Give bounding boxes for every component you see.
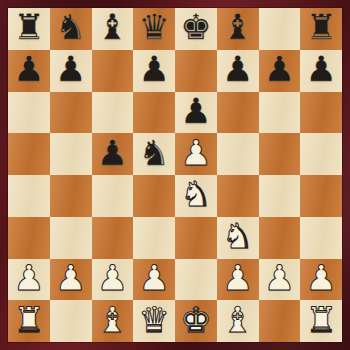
square-c3[interactable] (92, 217, 134, 259)
square-a4[interactable] (8, 175, 50, 217)
white-bishop[interactable]: ♝ (222, 303, 253, 338)
square-c5[interactable]: ♟ (92, 133, 134, 175)
square-d6[interactable] (133, 92, 175, 134)
square-a2[interactable]: ♟ (8, 259, 50, 301)
square-c8[interactable]: ♝ (92, 8, 134, 50)
square-d3[interactable] (133, 217, 175, 259)
black-bishop[interactable]: ♝ (222, 10, 253, 45)
square-a1[interactable]: ♜ (8, 300, 50, 342)
black-rook[interactable]: ♜ (13, 10, 44, 45)
black-knight[interactable]: ♞ (138, 136, 169, 171)
square-g3[interactable] (259, 217, 301, 259)
square-e2[interactable] (175, 259, 217, 301)
black-pawn[interactable]: ♟ (264, 52, 295, 87)
square-f2[interactable]: ♟ (217, 259, 259, 301)
white-knight[interactable]: ♞ (180, 177, 211, 212)
black-king[interactable]: ♚ (180, 10, 211, 45)
black-pawn[interactable]: ♟ (55, 52, 86, 87)
square-b8[interactable]: ♞ (50, 8, 92, 50)
white-pawn[interactable]: ♟ (222, 261, 253, 296)
square-g4[interactable] (259, 175, 301, 217)
square-h8[interactable]: ♜ (300, 8, 342, 50)
square-e4[interactable]: ♞ (175, 175, 217, 217)
square-c7[interactable] (92, 50, 134, 92)
square-h4[interactable] (300, 175, 342, 217)
square-b6[interactable] (50, 92, 92, 134)
white-rook[interactable]: ♜ (305, 303, 336, 338)
square-c6[interactable] (92, 92, 134, 134)
square-c2[interactable]: ♟ (92, 259, 134, 301)
square-d8[interactable]: ♛ (133, 8, 175, 50)
square-a6[interactable] (8, 92, 50, 134)
black-pawn[interactable]: ♟ (138, 52, 169, 87)
square-b5[interactable] (50, 133, 92, 175)
square-h5[interactable] (300, 133, 342, 175)
square-f1[interactable]: ♝ (217, 300, 259, 342)
white-king[interactable]: ♚ (180, 303, 211, 338)
white-queen[interactable]: ♛ (138, 303, 169, 338)
black-pawn[interactable]: ♟ (222, 52, 253, 87)
board-frame: ♜♞♝♛♚♝♜♟♟♟♟♟♟♟♟♞♟♞♞♟♟♟♟♟♟♟♜♝♛♚♝♜ (0, 0, 350, 350)
square-e7[interactable] (175, 50, 217, 92)
square-a3[interactable] (8, 217, 50, 259)
square-h6[interactable] (300, 92, 342, 134)
black-pawn[interactable]: ♟ (97, 136, 128, 171)
square-d5[interactable]: ♞ (133, 133, 175, 175)
square-b7[interactable]: ♟ (50, 50, 92, 92)
white-pawn[interactable]: ♟ (13, 261, 44, 296)
white-pawn[interactable]: ♟ (55, 261, 86, 296)
white-pawn[interactable]: ♟ (180, 136, 211, 171)
square-b1[interactable] (50, 300, 92, 342)
square-d4[interactable] (133, 175, 175, 217)
square-c4[interactable] (92, 175, 134, 217)
white-knight[interactable]: ♞ (222, 219, 253, 254)
black-pawn[interactable]: ♟ (305, 52, 336, 87)
white-rook[interactable]: ♜ (13, 303, 44, 338)
black-rook[interactable]: ♜ (305, 10, 336, 45)
square-a7[interactable]: ♟ (8, 50, 50, 92)
black-bishop[interactable]: ♝ (97, 10, 128, 45)
white-bishop[interactable]: ♝ (97, 303, 128, 338)
square-a5[interactable] (8, 133, 50, 175)
square-h2[interactable]: ♟ (300, 259, 342, 301)
square-h3[interactable] (300, 217, 342, 259)
square-c1[interactable]: ♝ (92, 300, 134, 342)
square-d7[interactable]: ♟ (133, 50, 175, 92)
square-e1[interactable]: ♚ (175, 300, 217, 342)
square-d2[interactable]: ♟ (133, 259, 175, 301)
square-f4[interactable] (217, 175, 259, 217)
square-d1[interactable]: ♛ (133, 300, 175, 342)
white-pawn[interactable]: ♟ (264, 261, 295, 296)
black-knight[interactable]: ♞ (55, 10, 86, 45)
square-b2[interactable]: ♟ (50, 259, 92, 301)
white-pawn[interactable]: ♟ (138, 261, 169, 296)
white-pawn[interactable]: ♟ (97, 261, 128, 296)
black-pawn[interactable]: ♟ (180, 94, 211, 129)
square-g2[interactable]: ♟ (259, 259, 301, 301)
square-h1[interactable]: ♜ (300, 300, 342, 342)
square-b4[interactable] (50, 175, 92, 217)
square-e6[interactable]: ♟ (175, 92, 217, 134)
chess-board: ♜♞♝♛♚♝♜♟♟♟♟♟♟♟♟♞♟♞♞♟♟♟♟♟♟♟♜♝♛♚♝♜ (8, 8, 342, 342)
square-g5[interactable] (259, 133, 301, 175)
square-g6[interactable] (259, 92, 301, 134)
square-f7[interactable]: ♟ (217, 50, 259, 92)
square-g1[interactable] (259, 300, 301, 342)
square-f6[interactable] (217, 92, 259, 134)
square-g7[interactable]: ♟ (259, 50, 301, 92)
black-queen[interactable]: ♛ (138, 10, 169, 45)
square-a8[interactable]: ♜ (8, 8, 50, 50)
square-g8[interactable] (259, 8, 301, 50)
black-pawn[interactable]: ♟ (13, 52, 44, 87)
white-pawn[interactable]: ♟ (305, 261, 336, 296)
square-h7[interactable]: ♟ (300, 50, 342, 92)
square-e3[interactable] (175, 217, 217, 259)
square-f5[interactable] (217, 133, 259, 175)
square-e5[interactable]: ♟ (175, 133, 217, 175)
square-e8[interactable]: ♚ (175, 8, 217, 50)
square-f8[interactable]: ♝ (217, 8, 259, 50)
square-f3[interactable]: ♞ (217, 217, 259, 259)
square-b3[interactable] (50, 217, 92, 259)
